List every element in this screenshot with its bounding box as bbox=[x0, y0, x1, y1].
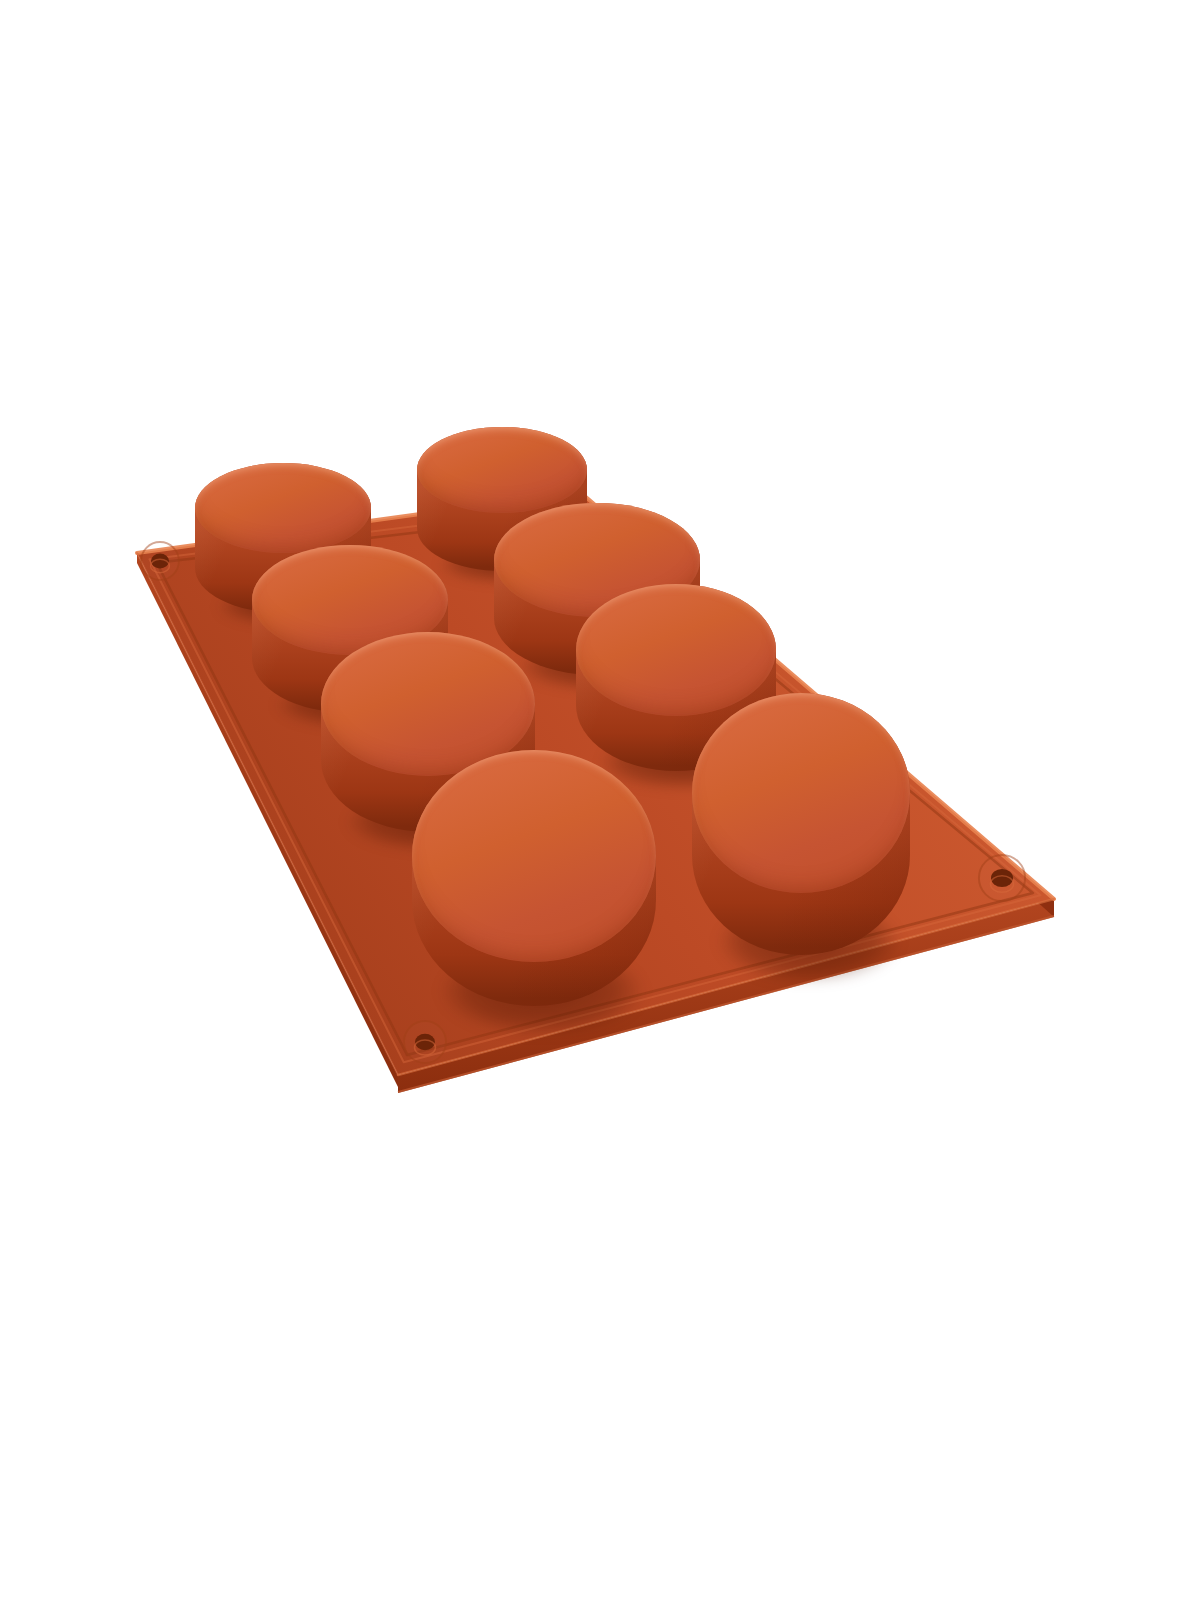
cavity-row3-right-top-face bbox=[576, 584, 776, 716]
cavity-row1-left-top-face bbox=[195, 463, 371, 553]
cavity-row4-left bbox=[412, 750, 656, 1006]
cavity-row4-left-top-face bbox=[412, 750, 656, 962]
product-photo bbox=[0, 0, 1200, 1600]
cavity-row4-right bbox=[692, 693, 910, 955]
cavity-row1-right-top-face bbox=[417, 427, 587, 513]
cavity-row4-right-top-face bbox=[692, 693, 910, 893]
mold-cylinders-layer bbox=[0, 0, 1200, 1600]
